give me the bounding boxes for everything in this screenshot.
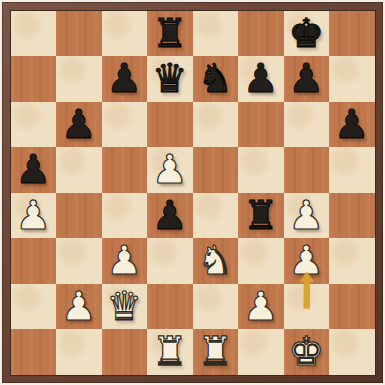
piece-white-queen[interactable]: ♛	[106, 284, 142, 330]
piece-black-rook[interactable]: ♜	[152, 11, 188, 57]
piece-black-pawn[interactable]: ♟	[152, 193, 188, 239]
square-a2[interactable]	[11, 284, 57, 330]
square-a8[interactable]	[11, 11, 57, 57]
piece-black-king[interactable]: ♚	[288, 11, 324, 57]
square-g5[interactable]	[284, 147, 330, 193]
chess-screenshot: ♜♚♟♛♞♟♟♟♟♟♟♟♟♜♟♟♞♟♟♛♟♜♜♚	[0, 0, 385, 385]
square-h1[interactable]	[329, 329, 375, 375]
piece-black-pawn[interactable]: ♟	[61, 102, 97, 148]
square-a7[interactable]	[11, 56, 57, 102]
square-f8[interactable]	[238, 11, 284, 57]
square-d1[interactable]: ♜	[147, 329, 193, 375]
piece-black-rook[interactable]: ♜	[243, 193, 279, 239]
piece-black-pawn[interactable]: ♟	[15, 147, 51, 193]
square-c2[interactable]: ♛	[102, 284, 148, 330]
square-g6[interactable]	[284, 102, 330, 148]
piece-white-pawn[interactable]: ♟	[288, 238, 324, 284]
piece-black-pawn[interactable]: ♟	[288, 56, 324, 102]
square-a6[interactable]	[11, 102, 57, 148]
square-e1[interactable]: ♜	[193, 329, 239, 375]
piece-black-pawn[interactable]: ♟	[243, 56, 279, 102]
square-g7[interactable]: ♟	[284, 56, 330, 102]
square-a3[interactable]	[11, 238, 57, 284]
piece-white-rook[interactable]: ♜	[197, 329, 233, 375]
square-c1[interactable]	[102, 329, 148, 375]
square-b3[interactable]	[56, 238, 102, 284]
square-h4[interactable]	[329, 193, 375, 239]
square-d6[interactable]	[147, 102, 193, 148]
square-c7[interactable]: ♟	[102, 56, 148, 102]
square-b1[interactable]	[56, 329, 102, 375]
square-b8[interactable]	[56, 11, 102, 57]
square-d2[interactable]	[147, 284, 193, 330]
square-c4[interactable]	[102, 193, 148, 239]
square-d4[interactable]: ♟	[147, 193, 193, 239]
square-e2[interactable]	[193, 284, 239, 330]
piece-white-pawn[interactable]: ♟	[243, 284, 279, 330]
square-f6[interactable]	[238, 102, 284, 148]
square-d3[interactable]	[147, 238, 193, 284]
square-b2[interactable]: ♟	[56, 284, 102, 330]
square-b6[interactable]: ♟	[56, 102, 102, 148]
square-f5[interactable]	[238, 147, 284, 193]
square-g4[interactable]: ♟	[284, 193, 330, 239]
square-f1[interactable]	[238, 329, 284, 375]
square-c8[interactable]	[102, 11, 148, 57]
square-a5[interactable]: ♟	[11, 147, 57, 193]
square-e4[interactable]	[193, 193, 239, 239]
square-f4[interactable]: ♜	[238, 193, 284, 239]
square-h3[interactable]	[329, 238, 375, 284]
square-h5[interactable]	[329, 147, 375, 193]
square-h7[interactable]	[329, 56, 375, 102]
piece-white-knight[interactable]: ♞	[197, 238, 233, 284]
piece-black-pawn[interactable]: ♟	[106, 56, 142, 102]
square-f2[interactable]: ♟	[238, 284, 284, 330]
square-h2[interactable]	[329, 284, 375, 330]
piece-white-pawn[interactable]: ♟	[61, 284, 97, 330]
square-h6[interactable]: ♟	[329, 102, 375, 148]
piece-white-king[interactable]: ♚	[288, 329, 324, 375]
square-d7[interactable]: ♛	[147, 56, 193, 102]
square-b5[interactable]	[56, 147, 102, 193]
piece-black-queen[interactable]: ♛	[152, 56, 188, 102]
piece-white-rook[interactable]: ♜	[152, 329, 188, 375]
square-a1[interactable]	[11, 329, 57, 375]
square-a4[interactable]: ♟	[11, 193, 57, 239]
piece-white-pawn[interactable]: ♟	[152, 147, 188, 193]
square-d8[interactable]: ♜	[147, 11, 193, 57]
square-e6[interactable]	[193, 102, 239, 148]
square-b4[interactable]	[56, 193, 102, 239]
square-e5[interactable]	[193, 147, 239, 193]
square-e8[interactable]	[193, 11, 239, 57]
square-e7[interactable]: ♞	[193, 56, 239, 102]
square-b7[interactable]	[56, 56, 102, 102]
square-g2[interactable]	[284, 284, 330, 330]
piece-black-knight[interactable]: ♞	[197, 56, 233, 102]
square-g8[interactable]: ♚	[284, 11, 330, 57]
square-c6[interactable]	[102, 102, 148, 148]
square-h8[interactable]	[329, 11, 375, 57]
square-g1[interactable]: ♚	[284, 329, 330, 375]
square-c5[interactable]	[102, 147, 148, 193]
piece-white-pawn[interactable]: ♟	[288, 193, 324, 239]
square-d5[interactable]: ♟	[147, 147, 193, 193]
board-frame: ♜♚♟♛♞♟♟♟♟♟♟♟♟♜♟♟♞♟♟♛♟♜♜♚	[2, 2, 383, 383]
square-g3[interactable]: ♟	[284, 238, 330, 284]
piece-white-pawn[interactable]: ♟	[106, 238, 142, 284]
chess-board: ♜♚♟♛♞♟♟♟♟♟♟♟♟♜♟♟♞♟♟♛♟♜♜♚	[11, 11, 375, 375]
square-f7[interactable]: ♟	[238, 56, 284, 102]
square-e3[interactable]: ♞	[193, 238, 239, 284]
piece-black-pawn[interactable]: ♟	[334, 102, 370, 148]
square-f3[interactable]	[238, 238, 284, 284]
piece-white-pawn[interactable]: ♟	[15, 193, 51, 239]
square-c3[interactable]: ♟	[102, 238, 148, 284]
